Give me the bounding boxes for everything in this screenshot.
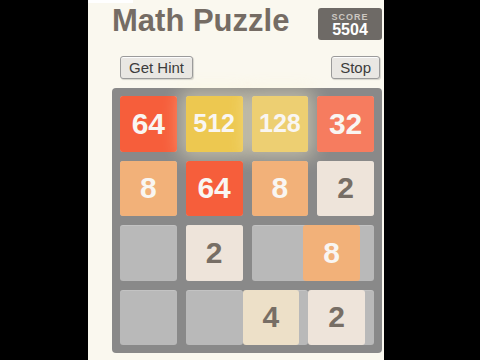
tile-r1c4: 32 bbox=[317, 96, 374, 152]
tile-r4c3: 4 bbox=[243, 290, 300, 346]
game-area: Math Puzzle SCORE 5504 Get Hint Stop bbox=[88, 0, 384, 360]
tile-r1c3: 128 bbox=[252, 96, 309, 152]
score-value: 5504 bbox=[318, 22, 382, 38]
stop-button[interactable]: Stop bbox=[331, 56, 380, 79]
get-hint-button[interactable]: Get Hint bbox=[120, 56, 193, 79]
page-title: Math Puzzle bbox=[112, 3, 289, 39]
tile-r1c2: 512 bbox=[186, 96, 243, 152]
score-box: SCORE 5504 bbox=[318, 8, 382, 40]
video-frame: Math Puzzle SCORE 5504 Get Hint Stop bbox=[0, 0, 480, 360]
letterbox-left bbox=[0, 0, 88, 360]
tile-r4c4: 2 bbox=[308, 290, 365, 346]
board[interactable]: 64 512 128 32 8 64 8 2 2 8 4 2 bbox=[112, 88, 382, 353]
tile-r2c2: 64 bbox=[186, 161, 243, 217]
board-tiles: 64 512 128 32 8 64 8 2 2 8 4 2 bbox=[112, 88, 382, 353]
tile-r3c4: 8 bbox=[303, 225, 360, 281]
tile-r2c3: 8 bbox=[252, 161, 309, 217]
tile-r2c1: 8 bbox=[120, 161, 177, 217]
tile-r1c1: 64 bbox=[120, 96, 177, 152]
tile-r2c4: 2 bbox=[317, 161, 374, 217]
letterbox-right bbox=[384, 0, 480, 360]
tile-r3c2: 2 bbox=[186, 225, 243, 281]
